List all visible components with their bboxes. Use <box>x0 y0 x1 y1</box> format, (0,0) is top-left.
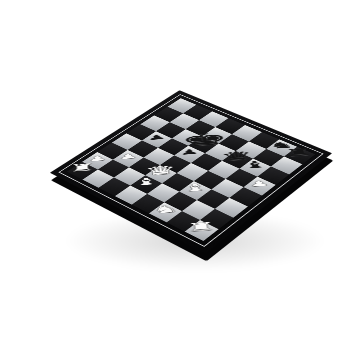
piece-white-pawn-h5[interactable]: ♟ <box>236 179 283 189</box>
piece-black-bishop-g6[interactable]: ♝ <box>232 159 278 171</box>
piece-black-rook-h8[interactable]: ♜ <box>276 146 323 159</box>
piece-black-pawn-d5[interactable]: ♟ <box>167 147 211 157</box>
piece-white-bishop-f3[interactable]: ♝ <box>172 181 219 194</box>
piece-black-king-d6[interactable]: ♚ <box>180 130 226 150</box>
piece-white-bishop-d2[interactable]: ♝ <box>124 175 170 187</box>
piece-white-pawn-b3[interactable]: ♟ <box>106 152 150 162</box>
piece-white-rook-a1[interactable]: ♜ <box>60 161 104 174</box>
piece-white-knight-f1[interactable]: ♞ <box>142 203 190 216</box>
piece-black-pawn-b5[interactable]: ♟ <box>135 133 178 142</box>
piece-white-rook-h1[interactable]: ♜ <box>177 220 226 235</box>
product-photo-stage: ♟♚♟♟♞♟♜♜♛♛♝♝♝♟♞♜ <box>0 0 360 360</box>
